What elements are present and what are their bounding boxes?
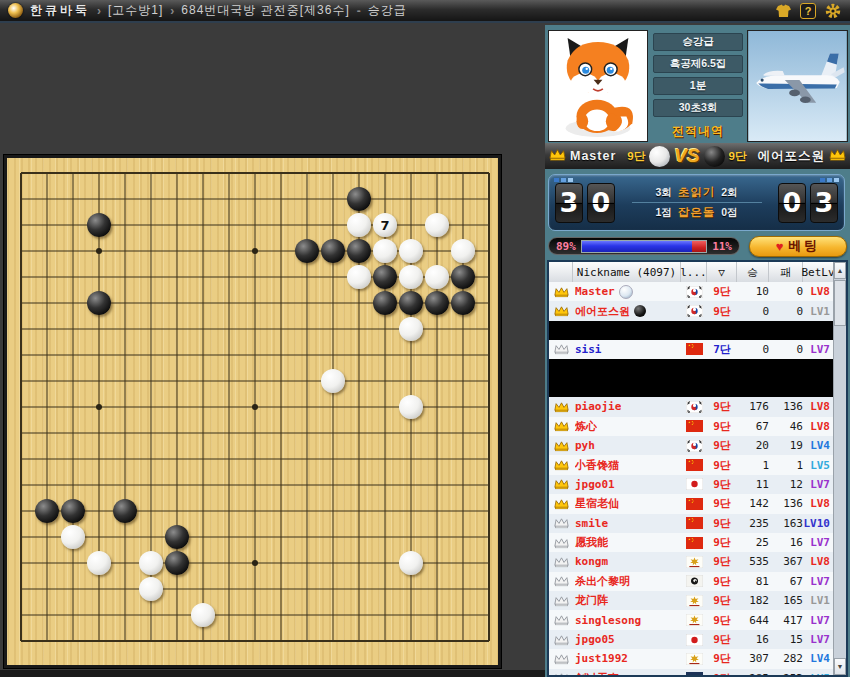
black-bet-fill: [692, 241, 706, 252]
roster-row[interactable]: just19929단307282LV4: [549, 649, 833, 668]
roster-row[interactable]: piaojie9단176136LV8: [549, 397, 833, 416]
black-stone: [87, 291, 111, 315]
silver-crown-icon: [549, 556, 573, 568]
byoyomi-line: 3회 초읽기 2회: [655, 185, 737, 200]
roster-separator-row: [549, 359, 833, 397]
white-crown-icon: [549, 147, 566, 165]
gold-crown-icon: [549, 498, 573, 510]
player-nickname: jpgo05: [573, 633, 681, 646]
black-crown-icon: [829, 147, 846, 165]
country-flag-icon: [681, 478, 707, 490]
player-wins: 535: [737, 555, 769, 568]
player-betlv: LV4: [803, 652, 833, 665]
help-icon[interactable]: ?: [799, 3, 817, 19]
player-wins: 644: [737, 614, 769, 627]
player-rank: 9단: [707, 535, 737, 550]
white-stone: [347, 213, 371, 237]
player-losses: 1: [769, 459, 803, 472]
white-stone: [61, 525, 85, 549]
player-nickname: 杀出个黎明: [573, 574, 681, 589]
losses-column-header[interactable]: 패: [769, 262, 803, 282]
bet-button[interactable]: ♥ 베팅: [749, 236, 847, 257]
player-rank: 9단: [707, 399, 737, 414]
gold-crown-icon: [549, 478, 573, 490]
player-nickname: 剑过无声: [573, 671, 681, 675]
nickname-column-header[interactable]: Nickname (4097): [573, 262, 681, 282]
country-flag-icon: [681, 517, 707, 529]
gold-crown-icon: [549, 440, 573, 452]
crown-column-header: [549, 262, 573, 282]
player-betlv: LV8: [803, 555, 833, 568]
black-stone: [321, 239, 345, 263]
player-wins: 0: [737, 343, 769, 356]
player-losses: 165: [769, 594, 803, 607]
player-wins: 307: [737, 652, 769, 665]
black-stone: [165, 525, 189, 549]
black-stone: [35, 499, 59, 523]
roster-header: Nickname (4097) l... ▽ 승 패 BetLv: [549, 262, 846, 283]
country-flag-icon: [681, 440, 707, 452]
player-betlv: LV8: [803, 400, 833, 413]
player-nickname: 炼心: [573, 419, 681, 434]
silver-crown-icon: [549, 517, 573, 529]
player-rank: 9단: [707, 516, 737, 531]
player-betlv: LV7: [803, 536, 833, 549]
player-wins: 285: [737, 672, 769, 675]
black-stone: [165, 551, 189, 575]
player-wins: 142: [737, 497, 769, 510]
player-losses: 67: [769, 575, 803, 588]
player-betlv: LV4: [803, 439, 833, 452]
white-player-rank: 9단: [627, 149, 645, 164]
country-flag-icon: [681, 498, 707, 510]
country-flag-icon: [681, 305, 707, 317]
black-stone-icon: [704, 146, 725, 167]
country-flag-icon: [681, 401, 707, 413]
settings-gear-icon[interactable]: [824, 3, 842, 19]
player-wins: 1: [737, 459, 769, 472]
black-stone: [87, 213, 111, 237]
white-stone: [425, 265, 449, 289]
roster-row[interactable]: 剑过无声9단285253LV5: [549, 669, 833, 675]
silver-crown-icon: [549, 343, 573, 355]
black-stone: [113, 499, 137, 523]
player-losses: 0: [769, 305, 803, 318]
player-betlv: LV7: [803, 633, 833, 646]
white-clock: 30: [555, 183, 615, 223]
roster-row[interactable]: sisi7단00LV7: [549, 340, 833, 359]
player-losses: 163: [769, 517, 803, 530]
silver-crown-icon: [549, 672, 573, 675]
player-betlv: LV5: [803, 459, 833, 472]
player-nickname: kongm: [573, 555, 681, 568]
roster-separator-row: [549, 321, 833, 340]
black-stone-icon: [634, 305, 646, 317]
player-nickname: 龙门阵: [573, 593, 681, 608]
white-stone: [139, 551, 163, 575]
captures-label: 잡은돌: [678, 205, 716, 220]
white-stone: [321, 369, 345, 393]
breadcrumb-separator: ›: [170, 4, 174, 18]
scroll-up-button[interactable]: ▲: [834, 262, 846, 279]
gold-crown-icon: [549, 401, 573, 413]
gold-crown-icon: [549, 459, 573, 471]
player-betlv: LV7: [803, 614, 833, 627]
white-stone: [451, 239, 475, 263]
silver-crown-icon: [549, 614, 573, 626]
player-wins: 176: [737, 400, 769, 413]
country-flag-icon: [681, 672, 707, 675]
player-rank: 9단: [707, 554, 737, 569]
roster-row[interactable]: singlesong9단644417LV7: [549, 610, 833, 629]
roster-row[interactable]: jpgo019단1112LV7: [549, 475, 833, 494]
player-nickname: Master: [573, 285, 681, 299]
white-bet-fill: [582, 241, 693, 252]
fox-avatar-image: [549, 31, 647, 141]
player-losses: 136: [769, 497, 803, 510]
spectator-roster: Nickname (4097) l... ▽ 승 패 BetLv Master9…: [547, 260, 848, 677]
player-rank: 9단: [707, 458, 737, 473]
player-wins: 20: [737, 439, 769, 452]
byoyomi-field: 30초3회: [653, 99, 743, 117]
white-clock-digit: 0: [587, 183, 615, 223]
silver-crown-icon: [549, 537, 573, 549]
black-stone: [451, 265, 475, 289]
country-flag-icon: [681, 420, 707, 432]
sort-funnel-icon[interactable]: ▽: [707, 262, 737, 282]
player-wins: 0: [737, 305, 769, 318]
player-rank: 9단: [707, 438, 737, 453]
scoreboard-center: 3회 초읽기 2회 1점 잡은돌 0점: [615, 185, 778, 220]
betting-bar-row: 89% 11% ♥ 베팅: [548, 236, 847, 256]
white-stone-icon: [649, 146, 670, 167]
player-rank: 9단: [707, 632, 737, 647]
roster-row[interactable]: 小香馋猫9단11LV5: [549, 455, 833, 474]
player-nickname: jpgo01: [573, 478, 681, 491]
country-flag-icon: [681, 653, 707, 665]
breadcrumb-dash: -: [357, 4, 361, 18]
player-rank: 9단: [707, 419, 737, 434]
gold-crown-icon: [549, 420, 573, 432]
white-stone: [87, 551, 111, 575]
player-betlv: LV1: [803, 305, 833, 318]
black-clock-digit: 0: [778, 183, 806, 223]
window-bottom-edge: [0, 670, 545, 677]
player-betlv: LV8: [803, 420, 833, 433]
country-flag-icon: [681, 556, 707, 568]
white-bet-percent: 89%: [556, 240, 576, 253]
black-clock: 03: [778, 183, 838, 223]
app-title: 한큐바둑: [30, 2, 90, 19]
player-losses: 367: [769, 555, 803, 568]
scoreboard-decor-dots: [554, 178, 573, 182]
breadcrumb-mode: 승강급: [368, 2, 407, 19]
player-losses: 417: [769, 614, 803, 627]
black-stone: [347, 187, 371, 211]
silver-crown-icon: [549, 634, 573, 646]
scroll-down-button[interactable]: ▼: [834, 658, 846, 675]
white-player-avatar: [548, 30, 648, 142]
player-betlv: LV10: [803, 517, 833, 530]
player-wins: 11: [737, 478, 769, 491]
player-losses: 253: [769, 672, 803, 675]
country-column-header[interactable]: l...: [681, 262, 707, 282]
breadcrumb-game-title: 684번대국방 관전중[제36수]: [181, 2, 349, 19]
black-stone: [61, 499, 85, 523]
player-nickname: singlesong: [573, 614, 681, 627]
roster-row[interactable]: Master9단100LV8: [549, 282, 833, 301]
black-stone: [425, 291, 449, 315]
heart-icon: ♥: [776, 239, 784, 254]
betting-track: [581, 240, 707, 253]
black-stone: [451, 291, 475, 315]
app-logo-icon: [8, 3, 23, 18]
player-nickname: pyh: [573, 439, 681, 452]
rule-field: 승강급: [653, 33, 743, 51]
player-losses: 0: [769, 285, 803, 298]
white-stone: [347, 265, 371, 289]
betting-gauge: 89% 11%: [548, 237, 740, 255]
country-flag-icon: [681, 595, 707, 607]
player-rank: 9단: [707, 613, 737, 628]
country-flag-icon: [681, 575, 707, 587]
roster-scrollbar[interactable]: ▲ ▼: [833, 262, 846, 675]
betlv-column-header[interactable]: BetLv: [803, 262, 833, 282]
player-rank: 9단: [707, 284, 737, 299]
roster-row[interactable]: jpgo059단1615LV7: [549, 630, 833, 649]
roster-row[interactable]: kongm9단535367LV8: [549, 552, 833, 571]
gold-crown-icon: [549, 286, 573, 298]
player-rank: 7단: [707, 342, 737, 357]
roster-row[interactable]: 炼心9단6746LV8: [549, 417, 833, 436]
white-stone: [191, 603, 215, 627]
player-nickname: smile: [573, 517, 681, 530]
airplane-avatar-image: [748, 31, 847, 141]
silver-crown-icon: [549, 653, 573, 665]
roster-row[interactable]: 星宿老仙9단142136LV8: [549, 494, 833, 513]
white-stone: 7: [373, 213, 397, 237]
player-wins: 235: [737, 517, 769, 530]
black-bet-percent: 11%: [712, 240, 732, 253]
player-nickname: piaojie: [573, 400, 681, 413]
player-wins: 16: [737, 633, 769, 646]
black-stone: [295, 239, 319, 263]
roster-row[interactable]: 愿我能9단2516LV7: [549, 533, 833, 552]
country-flag-icon: [681, 614, 707, 626]
roster-row[interactable]: 에어포스원9단00LV1: [549, 301, 833, 320]
white-player-name: Master: [570, 149, 616, 163]
white-clock-digit: 3: [555, 183, 583, 223]
black-player-avatar: [747, 30, 848, 142]
top-title-bar: 한큐바둑 › [고수방1] › 684번대국방 관전중[제36수] - 승강급 …: [0, 0, 850, 23]
white-stone: [399, 551, 423, 575]
white-stone-icon: [619, 285, 633, 299]
player-wins: 182: [737, 594, 769, 607]
captures-line: 1점 잡은돌 0점: [655, 205, 737, 220]
country-flag-icon: [681, 343, 707, 355]
player-betlv: LV7: [803, 343, 833, 356]
scrollbar-thumb[interactable]: [834, 280, 846, 326]
scoreboard: 30 3회 초읽기 2회 1점 잡은돌 0점 03: [548, 174, 845, 231]
black-stone: [373, 291, 397, 315]
player-losses: 12: [769, 478, 803, 491]
country-flag-icon: [681, 459, 707, 471]
byoyomi-label: 초읽기: [678, 185, 716, 200]
player-losses: 282: [769, 652, 803, 665]
player-nickname: 小香馋猫: [573, 458, 681, 473]
game-side-panel: 승강급흑공제6.5집1분30초3회 전적내역: [545, 25, 850, 677]
player-rank: 9단: [707, 496, 737, 511]
player-betlv: LV5: [803, 672, 833, 675]
player-rank: 9단: [707, 304, 737, 319]
player-rank: 9단: [707, 477, 737, 492]
roster-row[interactable]: 龙门阵9단182165LV1: [549, 591, 833, 610]
silver-crown-icon: [549, 595, 573, 607]
player-wins: 10: [737, 285, 769, 298]
player-betlv: LV7: [803, 478, 833, 491]
silver-crown-icon: [549, 575, 573, 587]
player-losses: 46: [769, 420, 803, 433]
player-nickname: 星宿老仙: [573, 496, 681, 511]
country-flag-icon: [681, 537, 707, 549]
move-number-label: 7: [380, 219, 389, 232]
player-wins: 81: [737, 575, 769, 588]
board-intersections[interactable]: 7: [8, 160, 502, 654]
record-history-button[interactable]: 전적내역: [672, 123, 724, 140]
white-stone: [139, 577, 163, 601]
player-nickname: 愿我能: [573, 535, 681, 550]
player-rank: 9단: [707, 651, 737, 666]
black-player-name: 에어포스원: [758, 148, 826, 165]
black-stone: [347, 239, 371, 263]
player-rank: 9단: [707, 671, 737, 675]
player-losses: 19: [769, 439, 803, 452]
white-stone: [399, 265, 423, 289]
roster-row[interactable]: pyh9단2019LV4: [549, 436, 833, 455]
breadcrumb-separator: ›: [97, 4, 101, 18]
scoreboard-decor-dots: [820, 178, 839, 182]
wins-column-header[interactable]: 승: [737, 262, 769, 282]
versus-bar: Master 9단 VS 9단 에어포스원: [545, 143, 850, 169]
shirt-icon[interactable]: [774, 3, 792, 19]
player-betlv: LV1: [803, 594, 833, 607]
player-nickname: 에어포스원: [573, 304, 681, 319]
player-wins: 67: [737, 420, 769, 433]
player-losses: 16: [769, 536, 803, 549]
black-stone: [399, 291, 423, 315]
player-losses: 136: [769, 400, 803, 413]
breadcrumb-room: [고수방1]: [108, 2, 163, 19]
white-stone: [399, 239, 423, 263]
player-losses: 15: [769, 633, 803, 646]
gold-crown-icon: [549, 305, 573, 317]
black-clock-digit: 3: [810, 183, 838, 223]
white-stone: [373, 239, 397, 263]
white-stone: [425, 213, 449, 237]
player-wins: 25: [737, 536, 769, 549]
white-stone: [399, 317, 423, 341]
go-board[interactable]: 7: [4, 155, 501, 668]
player-nickname: just1992: [573, 652, 681, 665]
country-flag-icon: [681, 634, 707, 646]
main-time-field: 1분: [653, 77, 743, 95]
player-photos: 승강급흑공제6.5집1분30초3회 전적내역: [545, 30, 850, 142]
white-stone: [399, 395, 423, 419]
black-stone: [373, 265, 397, 289]
country-flag-icon: [681, 286, 707, 298]
black-player-rank: 9단: [729, 149, 747, 164]
player-rank: 9단: [707, 574, 737, 589]
player-nickname: sisi: [573, 343, 681, 356]
player-betlv: LV8: [803, 285, 833, 298]
player-betlv: LV8: [803, 497, 833, 510]
komi-field: 흑공제6.5집: [653, 55, 743, 73]
player-rank: 9단: [707, 593, 737, 608]
vs-label: VS: [674, 145, 699, 167]
match-info-fields: 승강급흑공제6.5집1분30초3회 전적내역: [651, 30, 745, 142]
player-losses: 0: [769, 343, 803, 356]
player-betlv: LV7: [803, 575, 833, 588]
roster-row[interactable]: 杀出个黎明9단8167LV7: [549, 572, 833, 591]
roster-row[interactable]: smile9단235163LV10: [549, 514, 833, 533]
